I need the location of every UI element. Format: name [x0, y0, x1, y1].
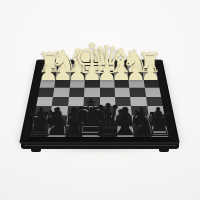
board-foot-left — [31, 149, 41, 152]
square-g4 — [53, 88, 69, 97]
square-h4 — [38, 88, 55, 97]
square-b4 — [129, 88, 145, 97]
piece-white-pawn: ♟ — [141, 61, 161, 83]
chess-set-product-photo: ♜♞♝♚♛♝♞♜♟♟♟♟♟♟♟♟♟♟♟♟♟♟♟♟♜♞♝♚♛♝♞♜ — [0, 0, 200, 200]
board-foot-right — [159, 149, 169, 152]
piece-black-rook: ♜ — [145, 107, 175, 140]
square-a4 — [144, 88, 161, 97]
